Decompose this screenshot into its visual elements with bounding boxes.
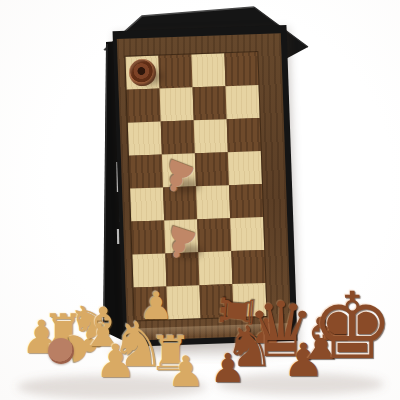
pieces-layer: ♟♜♟♞♝♟♞♟♜♟♜♞♟♛♟♟♝♟♚ [0,0,400,400]
light-pawn: ♟ [139,287,173,325]
scene-background: ♟♟ ♟♜♟♞♝♟♞♟♜♟♜♞♟♛♟♟♝♟♚ [0,0,400,400]
dark-king: ♚ [311,281,393,373]
light-pawn: ♟ [167,351,205,393]
dark-pawn: ♟ [210,348,246,388]
felt-base [48,338,74,364]
